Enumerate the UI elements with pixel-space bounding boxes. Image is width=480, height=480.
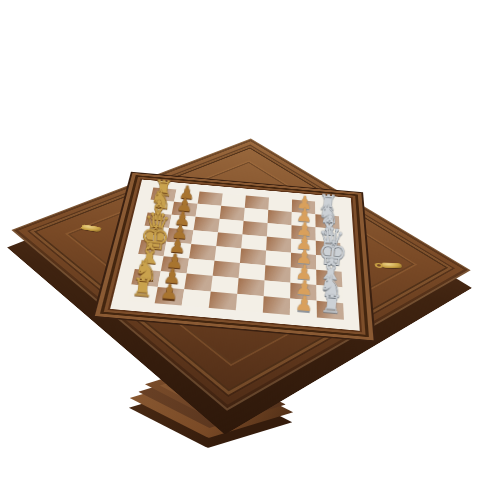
square-h8: ♜	[317, 301, 344, 320]
square-f5	[239, 263, 266, 280]
square-d6	[266, 237, 291, 253]
square-d5	[241, 234, 267, 250]
brass-bishop[interactable]: ♝	[135, 238, 163, 269]
square-f2: ♟	[161, 256, 189, 273]
brass-pawn[interactable]: ♟	[155, 281, 184, 304]
square-h7: ♟	[290, 299, 317, 318]
square-g7: ♟	[290, 283, 316, 301]
brass-pawn[interactable]: ♟	[161, 250, 189, 272]
square-d4	[216, 232, 242, 248]
square-f1: ♝	[135, 254, 164, 271]
chrome-pawn[interactable]: ♟	[292, 193, 317, 213]
chrome-pawn[interactable]: ♟	[291, 261, 319, 283]
brass-latch-right[interactable]	[381, 262, 402, 268]
brass-knight[interactable]: ♞	[132, 255, 161, 285]
square-d2: ♟	[166, 228, 193, 244]
square-h2: ♟	[155, 287, 185, 306]
square-h4	[209, 292, 237, 311]
board-slab: ♜♟♟♜♞♟♟♞♝♟♟♝♛♟♟♛♚♟♟♚♝♟♟♝♞♟♟♞♜♟♟♜	[110, 180, 360, 331]
square-e5	[240, 248, 266, 265]
square-h5	[236, 294, 264, 313]
square-d1: ♛	[141, 226, 169, 242]
square-c1: ♝	[145, 213, 172, 228]
chrome-rook[interactable]: ♜	[315, 191, 340, 215]
square-c2: ♟	[169, 215, 196, 230]
product-photo-scene: ♜♟♟♜♞♟♟♞♝♟♟♝♛♟♟♛♚♟♟♚♝♟♟♝♞♟♟♞♜♟♟♜	[0, 0, 480, 480]
square-h6	[263, 296, 290, 315]
square-f3	[187, 259, 215, 276]
chess-board: ♜♟♟♜♞♟♟♞♝♟♟♝♛♟♟♛♚♟♟♚♝♟♟♝♞♟♟♞♜♟♟♜	[128, 187, 344, 319]
camera-rotation-wrapper: ♜♟♟♜♞♟♟♞♝♟♟♝♛♟♟♛♚♟♟♚♝♟♟♝♞♟♟♞♜♟♟♜	[0, 0, 480, 480]
square-c3	[194, 217, 220, 233]
chrome-pawn[interactable]: ♟	[290, 293, 319, 316]
square-h1: ♜	[128, 285, 158, 304]
chrome-knight[interactable]: ♞	[317, 271, 346, 301]
square-c5	[242, 221, 267, 237]
square-e7: ♟	[291, 253, 316, 270]
square-b8: ♞	[315, 214, 339, 229]
square-d3	[191, 230, 218, 246]
brass-pawn[interactable]: ♟	[174, 182, 199, 202]
square-e3	[189, 244, 216, 261]
square-c6	[267, 223, 292, 239]
square-h3	[182, 289, 211, 308]
